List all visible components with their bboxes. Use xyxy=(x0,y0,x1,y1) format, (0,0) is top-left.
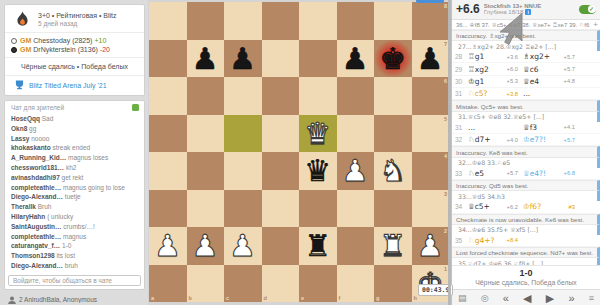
chat-message-text: 1-0 xyxy=(60,242,71,249)
square-f7[interactable]: ♟ xyxy=(337,40,375,78)
menu-icon[interactable]: ≡ xyxy=(589,290,594,305)
next-move-icon[interactable]: ▶ xyxy=(546,290,554,305)
chat-username[interactable]: avinashdadhi97 xyxy=(11,174,60,181)
white-pawn-h2[interactable]: ♟ xyxy=(412,227,450,265)
white-move-san[interactable]: ♘d7+ xyxy=(468,135,498,144)
square-f5[interactable] xyxy=(337,115,375,153)
square-d7[interactable] xyxy=(262,40,300,78)
chat-message: Okn8 gg xyxy=(11,124,142,134)
chat-message: Therallk Bruh xyxy=(11,202,142,212)
file-label: c xyxy=(226,295,229,301)
square-a8[interactable] xyxy=(149,2,187,40)
game-played-ago: 5 дней назад xyxy=(38,20,117,27)
move-number: 34 xyxy=(455,203,468,210)
rank-label: 5 xyxy=(444,116,447,122)
info-icon[interactable]: i xyxy=(525,9,531,15)
spectators-names: 2 AnirudhBala, Anonymous xyxy=(19,296,97,303)
square-c8[interactable] xyxy=(224,2,262,40)
game-result-text: Чёрные сдались • Победа белых xyxy=(5,57,144,75)
black-move-san[interactable]: ♗xg2+ xyxy=(523,52,556,61)
rank-label: 8 xyxy=(444,3,447,9)
rank-label: 4 xyxy=(444,153,447,159)
engine-eval: +6.6 xyxy=(456,2,480,16)
black-king-g7[interactable]: ♚ xyxy=(374,40,412,78)
black-clock-badge xyxy=(416,0,444,3)
black-move-san[interactable]: ♕c6 xyxy=(523,65,556,74)
panel-divider xyxy=(448,0,451,305)
white-move-eval: +3.8 xyxy=(498,91,523,97)
chat-message: caturangatv_f… 1-0 xyxy=(11,241,142,251)
trophy-icon xyxy=(15,80,24,90)
square-f8[interactable] xyxy=(337,2,375,40)
chat-message-text: its lost xyxy=(55,252,75,259)
square-h7[interactable]: 7♟ xyxy=(412,40,450,78)
black-title: GM xyxy=(20,45,31,54)
variation-line[interactable]: 32...♔e8 33.♘e5 xyxy=(452,158,600,168)
game-info-card: 3+0 • Рейтинговая • Blitz 5 дней назад G… xyxy=(4,4,145,96)
white-pawn-f4[interactable]: ♟ xyxy=(337,152,375,190)
white-move-eval: +6.0 xyxy=(498,66,523,72)
file-label: e xyxy=(301,295,304,301)
square-b8[interactable] xyxy=(187,2,225,40)
move-row: 29♖xg2+6.0♕c6+5.7 xyxy=(452,63,600,75)
square-h2[interactable]: 2♟ xyxy=(412,227,450,265)
tournament-link[interactable]: Blitz Titled Arena July '21 xyxy=(29,82,107,89)
white-pawn-b2[interactable]: ♟ xyxy=(187,227,225,265)
white-move-san[interactable]: ♔g1 xyxy=(468,77,498,86)
file-label: g xyxy=(376,295,379,301)
chat-message-text: crumbs/…! xyxy=(62,223,95,230)
black-color-icon xyxy=(11,47,17,53)
chat-toggle-button[interactable] xyxy=(132,104,139,111)
black-pawn-h7[interactable]: ♟ xyxy=(412,40,450,78)
move-number: 32 xyxy=(455,136,468,143)
mouse-cursor-icon xyxy=(496,12,526,45)
square-c3[interactable] xyxy=(224,190,262,228)
square-b3[interactable] xyxy=(187,190,225,228)
square-g4[interactable]: ♞ xyxy=(374,152,412,190)
chat-message: khokaskanto streak ended xyxy=(11,143,142,153)
spectators-row: 2 AnirudhBala, Anonymous xyxy=(4,292,145,305)
rank-label: 3 xyxy=(444,191,447,197)
black-move-san[interactable]: ♔f6? xyxy=(523,202,556,211)
square-f4[interactable]: ♟ xyxy=(337,152,375,190)
result-block: 1-0 Чёрные сдались, Победа белых xyxy=(452,265,600,289)
square-b5[interactable] xyxy=(187,115,225,153)
chat-message-text: ( unlucky xyxy=(45,213,73,220)
square-f2[interactable] xyxy=(337,227,375,265)
square-c7[interactable]: ♟ xyxy=(224,40,262,78)
white-player-row[interactable]: GM Chesstoday (2825) +10 xyxy=(11,36,138,45)
square-d4[interactable] xyxy=(262,152,300,190)
file-label: b xyxy=(189,295,192,301)
chat-username[interactable]: Diego-Alexand… xyxy=(11,262,63,269)
square-e7[interactable] xyxy=(299,40,337,78)
black-rook-e2[interactable]: ♜ xyxy=(299,227,337,265)
chat-username[interactable]: HoseQqq xyxy=(11,115,40,122)
chat-message-text: streak ended xyxy=(51,144,90,151)
white-move-san[interactable]: ♘e5 xyxy=(468,169,498,178)
move-number: 28 xyxy=(455,53,468,60)
square-g8[interactable] xyxy=(374,2,412,40)
chat-message: Lassy noooo xyxy=(11,134,142,144)
chat-message-text: tuetje xyxy=(63,193,81,200)
chat-message-text: kh2 xyxy=(64,164,76,171)
black-player-row[interactable]: GM DrNykterstein (3136) -20 xyxy=(11,45,138,54)
square-h4[interactable]: 4 xyxy=(412,152,450,190)
chat-username[interactable]: SaintAugustin… xyxy=(11,223,62,230)
square-d3[interactable] xyxy=(262,190,300,228)
file-label: a xyxy=(151,295,154,301)
chat-message: avinashdadhi97 get rekt xyxy=(11,173,142,183)
black-pawn-f7[interactable]: ♟ xyxy=(337,40,375,78)
chat-message-text: DONT xyxy=(61,272,81,273)
chat-message-text: Sad xyxy=(40,115,53,122)
move-number: 31 xyxy=(455,124,468,131)
move-number: 30 xyxy=(455,78,468,85)
move-number: 29 xyxy=(455,66,468,73)
prev-move-icon[interactable]: ◀ xyxy=(523,290,531,305)
black-pawn-b7[interactable]: ♟ xyxy=(187,40,225,78)
first-move-icon[interactable]: « xyxy=(503,290,509,305)
annotation-comment: Lost forced checkmate sequence. Nd7+ was… xyxy=(452,247,600,258)
annotation-comment: Inaccuracy. Ke8 was best. xyxy=(452,146,600,157)
white-move-eval: +4.0 xyxy=(498,137,523,143)
white-move-san[interactable]: ♘c5? xyxy=(468,89,498,98)
variation-line[interactable]: 34...♔e6 35.f5+ ♕xf5 [...] xyxy=(452,225,600,235)
chat-message-text: noooo xyxy=(29,135,49,142)
left-sidebar: 3+0 • Рейтинговая • Blitz 5 дней назад G… xyxy=(0,0,148,305)
square-a4[interactable] xyxy=(149,152,187,190)
chat-message-text: get rekt xyxy=(60,174,83,181)
chat-message: A_Running_Kid… magnus loses xyxy=(11,153,142,163)
chat-message-text: gg xyxy=(27,125,36,132)
black-move-san[interactable]: ♔e7?! xyxy=(523,135,556,144)
chat-message: HoseQqq Sad xyxy=(11,114,142,124)
square-f3[interactable] xyxy=(337,190,375,228)
chat-message: HilaryHahn ( unlucky xyxy=(11,212,142,222)
square-b2[interactable]: ♟ xyxy=(187,227,225,265)
move-row: 31♘c5?+3.8... xyxy=(452,88,600,100)
annotation-comment: Inaccuracy. Qd5 was best. xyxy=(452,180,600,191)
square-e8[interactable] xyxy=(299,2,337,40)
chat-username[interactable]: A_Running_Kid… xyxy=(11,154,66,161)
square-b7[interactable]: ♟ xyxy=(187,40,225,78)
move-row: 31...♕f3+4.1 xyxy=(452,122,600,134)
annotation-comment: Inaccuracy. ♗xg2+ was best. xyxy=(452,30,600,41)
chat-message: completeathle… DONT xyxy=(11,271,142,273)
square-d8[interactable] xyxy=(262,2,300,40)
move-row: 30♔g1+5.3♕e4+4.8 xyxy=(452,76,600,88)
chat-username[interactable]: khokaskanto xyxy=(11,144,51,151)
chat-message-list[interactable]: HoseQqq SadOkn8 ggLassy nooookhokaskanto… xyxy=(5,113,144,273)
spectators-icon xyxy=(8,296,16,304)
square-b1[interactable]: b xyxy=(187,265,225,303)
chat-message-text: magnus going to lose xyxy=(61,184,125,191)
square-c1[interactable]: c xyxy=(224,265,262,303)
square-c4[interactable] xyxy=(224,152,262,190)
white-color-icon xyxy=(11,38,17,44)
variation-line[interactable]: 33...♕d5 34.h3 xyxy=(452,191,600,201)
annotation-comment: Mistake. Qc5+ was best. xyxy=(452,100,600,111)
chat-message: chessworld181… kh2 xyxy=(11,163,142,173)
square-a7[interactable] xyxy=(149,40,187,78)
result-subtitle: Чёрные сдались, Победа белых xyxy=(452,279,600,286)
move-row: 33♘e5+5.7♕e4?!+6.8 xyxy=(452,168,600,180)
chat-input[interactable] xyxy=(8,275,141,286)
square-a3[interactable] xyxy=(149,190,187,228)
white-name[interactable]: Chesstoday xyxy=(33,36,70,45)
variation-line[interactable]: 31.♕c5+ ♔e8 32.♕e5+ [...] xyxy=(452,112,600,122)
chat-message-text: magnus xyxy=(61,233,86,240)
square-g5[interactable] xyxy=(374,115,412,153)
chat-message-text: magnus loses xyxy=(66,154,108,161)
analysis-board-icon[interactable]: ▤ xyxy=(458,290,467,305)
chat-username[interactable]: Diego-Alexand… xyxy=(11,193,63,200)
chat-username[interactable]: Lassy xyxy=(11,135,29,142)
square-c6[interactable] xyxy=(224,77,262,115)
black-move-eval: +5.7 xyxy=(556,66,580,72)
white-move-eval: +3.6 xyxy=(498,54,523,60)
move-row: 28♖g1+3.6♗xg2++5.7 xyxy=(452,51,600,63)
chat-username[interactable]: completeathle… xyxy=(11,233,61,240)
white-pawn-c2[interactable]: ♟ xyxy=(224,227,262,265)
square-e1[interactable]: e xyxy=(299,265,337,303)
black-move-san[interactable]: ♕e4?! xyxy=(523,169,556,178)
square-e2[interactable]: ♜ xyxy=(299,227,337,265)
square-d6[interactable] xyxy=(262,77,300,115)
file-label: f xyxy=(339,295,341,301)
chat-username[interactable]: completeathle… xyxy=(11,272,61,273)
white-move-san[interactable]: ♖xg2 xyxy=(468,65,498,74)
square-h5[interactable]: 5 xyxy=(412,115,450,153)
board-area: 8♟♟♟♚7♟6♛5♛♟♞43♟♟♟♜♜2♟abcdefg1h♚ 00:43.9 xyxy=(148,0,451,305)
chat-message: Diego-Alexand… bruh xyxy=(11,261,142,271)
square-e5[interactable]: ♛ xyxy=(299,115,337,153)
chat-username[interactable]: chessworld181… xyxy=(11,164,64,171)
chat-message-text: Bruh xyxy=(36,203,52,210)
chat-username[interactable]: caturangatv_f… xyxy=(11,242,60,249)
chat-message: completeathle… magnus going to lose xyxy=(11,183,142,193)
black-move-san[interactable]: ♕f3 xyxy=(523,123,556,132)
square-b4[interactable] xyxy=(187,152,225,190)
square-a2[interactable]: ♟ xyxy=(149,227,187,265)
white-move-san[interactable]: ♘g4+? xyxy=(468,236,498,245)
move-row: 34♕c5++6.2♔f6?#3 xyxy=(452,201,600,213)
engine-header: +6.6 Stockfish 13+ NNUE Глубина 18/18 i … xyxy=(452,0,600,20)
move-row: 35♘g4+?+8.4 xyxy=(452,235,600,247)
move-number: 35 xyxy=(455,237,468,244)
white-rating-delta: +10 xyxy=(94,36,106,45)
white-move-eval: +5.7 xyxy=(498,170,523,176)
white-move-eval: +6.2 xyxy=(498,204,523,210)
engine-toggle[interactable]: ✓ xyxy=(579,5,596,14)
white-move-eval: +5.3 xyxy=(498,78,523,84)
square-g7[interactable]: ♚ xyxy=(374,40,412,78)
chat-message: Thomson1298 its lost xyxy=(11,251,142,261)
white-pawn-a2[interactable]: ♟ xyxy=(149,227,187,265)
chat-message-text: bruh xyxy=(63,262,78,269)
white-queen-e5[interactable]: ♛ xyxy=(299,115,337,153)
white-move-san[interactable]: ♕c5+ xyxy=(468,202,498,211)
square-e4[interactable]: ♛ xyxy=(299,152,337,190)
chat-username[interactable]: completeathle… xyxy=(11,184,61,191)
blitz-fire-icon xyxy=(15,11,30,28)
square-b6[interactable] xyxy=(187,77,225,115)
square-d5[interactable] xyxy=(262,115,300,153)
black-move-eval: +4.8 xyxy=(556,78,580,84)
square-g2[interactable]: ♜ xyxy=(374,227,412,265)
chat-message: SaintAugustin… crumbs/…! xyxy=(11,222,142,232)
move-list[interactable]: Inaccuracy. ♗xg2+ was best.27...♗xg2+ 28… xyxy=(452,30,600,265)
white-move-eval: +8.4 xyxy=(498,237,523,243)
chat-username[interactable]: Thomson1298 xyxy=(11,252,55,259)
game-time-control: 3+0 • Рейтинговая • Blitz xyxy=(38,12,117,19)
black-queen-e4[interactable]: ♛ xyxy=(299,152,337,190)
white-rating: (2825) xyxy=(72,36,92,45)
black-rating: (3136) xyxy=(78,45,98,54)
black-name[interactable]: DrNykterstein xyxy=(33,45,75,54)
practice-icon[interactable]: ◎ xyxy=(481,290,489,305)
last-move-icon[interactable]: » xyxy=(568,290,574,305)
variation-line[interactable]: 27...♗xg2+ 28.♔xg2 ♖e2+ [...] xyxy=(452,41,600,51)
engine-pv-row[interactable]: 36... ♔f8 37. ♕c5+ ♔e7 38. ♕xe7+ ♖xe7 39… xyxy=(452,20,600,30)
black-move-eval: #3 xyxy=(556,204,580,210)
annotation-comment: Checkmate is now unavoidable. Ke6 was be… xyxy=(452,214,600,225)
white-title: GM xyxy=(20,36,31,45)
pv-expand-icon[interactable]: + xyxy=(593,20,598,29)
black-move-san[interactable]: ♕e4 xyxy=(523,77,556,86)
move-row: 32♘d7++4.0♔e7?!+5.7 xyxy=(452,134,600,146)
analysis-toolbar: ▤◎«◀▶»≡ xyxy=(452,289,600,305)
square-h3[interactable]: 3 xyxy=(412,190,450,228)
square-f1[interactable]: f xyxy=(337,265,375,303)
chat-username[interactable]: HilaryHahn xyxy=(11,213,45,220)
engine-toggle-knob: ✓ xyxy=(588,5,596,13)
white-rook-g2[interactable]: ♜ xyxy=(374,227,412,265)
square-a6[interactable] xyxy=(149,77,187,115)
white-knight-g4[interactable]: ♞ xyxy=(374,152,412,190)
square-c5[interactable] xyxy=(224,115,262,153)
result-score: 1-0 xyxy=(452,268,600,278)
rank-label: 6 xyxy=(444,78,447,84)
square-e6[interactable] xyxy=(299,77,337,115)
black-rating-delta: -20 xyxy=(100,45,110,54)
chat-username[interactable]: Okn8 xyxy=(11,125,27,132)
black-move-san[interactable]: ... xyxy=(523,89,556,98)
chat-message: completeathle… magnus xyxy=(11,232,142,242)
square-g3[interactable] xyxy=(374,190,412,228)
chat-message: Diego-Alexand… tuetje xyxy=(11,192,142,202)
square-a5[interactable] xyxy=(149,115,187,153)
square-c2[interactable]: ♟ xyxy=(224,227,262,265)
square-h8[interactable]: 8 xyxy=(412,2,450,40)
square-a1[interactable]: a xyxy=(149,265,187,303)
chat-panel: Чат для зрителей HoseQqq SadOkn8 ggLassy… xyxy=(4,100,145,290)
file-label: d xyxy=(264,295,267,301)
white-move-san[interactable]: ♖g1 xyxy=(468,52,498,61)
chess-board[interactable]: 8♟♟♟♚7♟6♛5♛♟♞43♟♟♟♜♜2♟abcdefg1h♚ xyxy=(149,2,449,302)
square-f6[interactable] xyxy=(337,77,375,115)
chat-header-label: Чат для зрителей xyxy=(11,104,64,111)
black-pawn-c7[interactable]: ♟ xyxy=(224,40,262,78)
analysis-panel: +6.6 Stockfish 13+ NNUE Глубина 18/18 i … xyxy=(451,0,600,305)
black-move-eval: +6.8 xyxy=(556,170,580,176)
black-move-eval: +4.1 xyxy=(556,124,580,130)
square-d2[interactable] xyxy=(262,227,300,265)
white-move-san[interactable]: ... xyxy=(468,123,498,132)
square-h6[interactable]: 6 xyxy=(412,77,450,115)
square-d1[interactable]: d xyxy=(262,265,300,303)
black-move-eval: +5.7 xyxy=(556,137,580,143)
square-g6[interactable] xyxy=(374,77,412,115)
square-g1[interactable]: g xyxy=(374,265,412,303)
chat-username[interactable]: Therallk xyxy=(11,203,36,210)
square-e3[interactable] xyxy=(299,190,337,228)
move-number: 33 xyxy=(455,170,468,177)
move-number: 31 xyxy=(455,90,468,97)
black-move-eval: +5.7 xyxy=(556,54,580,60)
